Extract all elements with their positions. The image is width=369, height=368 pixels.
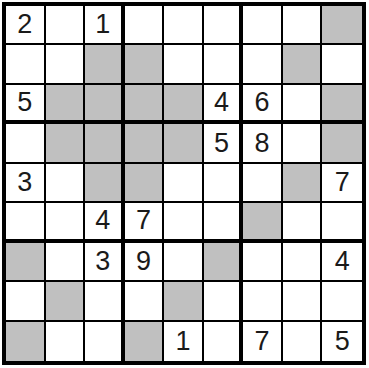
- cell-r1c7[interactable]: [243, 6, 283, 45]
- cell-r3c5[interactable]: [164, 85, 204, 124]
- cell-r7c6[interactable]: [204, 243, 244, 282]
- cell-r5c7[interactable]: [243, 164, 283, 203]
- cell-r8c2[interactable]: [46, 282, 86, 321]
- cell-r1c6[interactable]: [204, 6, 244, 45]
- cell-r7c5[interactable]: [164, 243, 204, 282]
- cell-r9c9[interactable]: 5: [322, 322, 362, 361]
- cell-r9c6[interactable]: [204, 322, 244, 361]
- cell-r7c4[interactable]: 9: [125, 243, 165, 282]
- cell-r6c7[interactable]: [243, 203, 283, 242]
- cell-r3c4[interactable]: [125, 85, 165, 124]
- cell-r6c8[interactable]: [283, 203, 323, 242]
- cell-r5c9[interactable]: 7: [322, 164, 362, 203]
- cell-r5c2[interactable]: [46, 164, 86, 203]
- cell-r8c1[interactable]: [6, 282, 46, 321]
- cell-r2c9[interactable]: [322, 45, 362, 84]
- cell-r3c8[interactable]: [283, 85, 323, 124]
- cell-r9c7[interactable]: 7: [243, 322, 283, 361]
- cell-r9c4[interactable]: [125, 322, 165, 361]
- cell-r1c9[interactable]: [322, 6, 362, 45]
- cell-r8c9[interactable]: [322, 282, 362, 321]
- cell-r9c1[interactable]: [6, 322, 46, 361]
- cell-r4c1[interactable]: [6, 124, 46, 163]
- cell-r9c8[interactable]: [283, 322, 323, 361]
- cell-r7c8[interactable]: [283, 243, 323, 282]
- cell-r5c1[interactable]: 3: [6, 164, 46, 203]
- cell-r1c2[interactable]: [46, 6, 86, 45]
- cell-r4c5[interactable]: [164, 124, 204, 163]
- cell-r1c3[interactable]: 1: [85, 6, 125, 45]
- sudoku-board: 21546583747394175: [2, 2, 366, 365]
- cell-r7c9[interactable]: 4: [322, 243, 362, 282]
- cell-r2c1[interactable]: [6, 45, 46, 84]
- cell-r3c9[interactable]: [322, 85, 362, 124]
- cell-r4c9[interactable]: [322, 124, 362, 163]
- cell-r1c5[interactable]: [164, 6, 204, 45]
- cell-r7c1[interactable]: [6, 243, 46, 282]
- cell-r6c2[interactable]: [46, 203, 86, 242]
- cell-r8c6[interactable]: [204, 282, 244, 321]
- cell-r8c4[interactable]: [125, 282, 165, 321]
- cell-r3c6[interactable]: 4: [204, 85, 244, 124]
- cell-r8c3[interactable]: [85, 282, 125, 321]
- cell-r4c7[interactable]: 8: [243, 124, 283, 163]
- cell-r9c3[interactable]: [85, 322, 125, 361]
- cell-r8c5[interactable]: [164, 282, 204, 321]
- cell-r4c4[interactable]: [125, 124, 165, 163]
- cell-r2c3[interactable]: [85, 45, 125, 84]
- cell-r7c2[interactable]: [46, 243, 86, 282]
- cell-r7c7[interactable]: [243, 243, 283, 282]
- cell-r2c4[interactable]: [125, 45, 165, 84]
- cell-r9c2[interactable]: [46, 322, 86, 361]
- cell-r1c1[interactable]: 2: [6, 6, 46, 45]
- cell-r5c8[interactable]: [283, 164, 323, 203]
- cell-r1c4[interactable]: [125, 6, 165, 45]
- cell-r5c4[interactable]: [125, 164, 165, 203]
- cell-r9c5[interactable]: 1: [164, 322, 204, 361]
- cell-r4c3[interactable]: [85, 124, 125, 163]
- cell-r2c6[interactable]: [204, 45, 244, 84]
- cell-r2c8[interactable]: [283, 45, 323, 84]
- cell-r6c1[interactable]: [6, 203, 46, 242]
- cell-r3c2[interactable]: [46, 85, 86, 124]
- cell-r4c8[interactable]: [283, 124, 323, 163]
- cell-r4c2[interactable]: [46, 124, 86, 163]
- cell-r4c6[interactable]: 5: [204, 124, 244, 163]
- cell-r1c8[interactable]: [283, 6, 323, 45]
- cell-r7c3[interactable]: 3: [85, 243, 125, 282]
- cell-r5c3[interactable]: [85, 164, 125, 203]
- cell-r6c3[interactable]: 4: [85, 203, 125, 242]
- cell-r5c5[interactable]: [164, 164, 204, 203]
- cell-r3c7[interactable]: 6: [243, 85, 283, 124]
- cell-r8c8[interactable]: [283, 282, 323, 321]
- cell-r3c1[interactable]: 5: [6, 85, 46, 124]
- cell-r6c4[interactable]: 7: [125, 203, 165, 242]
- cell-r3c3[interactable]: [85, 85, 125, 124]
- cell-r2c2[interactable]: [46, 45, 86, 84]
- cell-r5c6[interactable]: [204, 164, 244, 203]
- cell-r8c7[interactable]: [243, 282, 283, 321]
- cell-r2c7[interactable]: [243, 45, 283, 84]
- cell-r6c6[interactable]: [204, 203, 244, 242]
- cell-r6c5[interactable]: [164, 203, 204, 242]
- cell-r2c5[interactable]: [164, 45, 204, 84]
- cell-r6c9[interactable]: [322, 203, 362, 242]
